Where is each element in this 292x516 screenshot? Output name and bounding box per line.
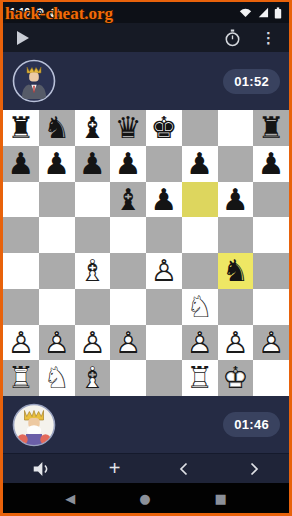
square-h8[interactable]: ♜ xyxy=(253,110,289,146)
wifi-icon xyxy=(239,7,252,18)
square-f3[interactable]: ♞♘ xyxy=(182,289,218,325)
square-c7[interactable]: ♟ xyxy=(75,146,111,182)
chevron-right-button[interactable] xyxy=(248,462,260,476)
black-player-avatar xyxy=(12,59,56,103)
square-c6[interactable] xyxy=(75,182,111,218)
square-d6[interactable]: ♝ xyxy=(110,182,146,218)
square-a1[interactable]: ♜♖ xyxy=(3,360,39,396)
add-button[interactable]: + xyxy=(109,458,121,478)
piece-white-bishop: ♝♗ xyxy=(75,253,111,289)
square-b5[interactable] xyxy=(39,217,75,253)
square-d7[interactable]: ♟ xyxy=(110,146,146,182)
square-b4[interactable] xyxy=(39,253,75,289)
square-c2[interactable]: ♟♙ xyxy=(75,325,111,361)
square-b8[interactable]: ♞ xyxy=(39,110,75,146)
piece-black-pawn: ♟ xyxy=(110,146,146,182)
android-back-button[interactable]: ◀ xyxy=(65,492,75,505)
piece-black-rook: ♜ xyxy=(253,110,289,146)
piece-white-pawn: ♟♙ xyxy=(146,253,182,289)
piece-white-rook: ♜♖ xyxy=(182,360,218,396)
phone-screen: hack-cheat.org 1:19 ⚙ ⋮ xyxy=(0,0,292,516)
square-h2[interactable]: ♟♙ xyxy=(253,325,289,361)
square-h5[interactable] xyxy=(253,217,289,253)
square-d2[interactable]: ♟♙ xyxy=(110,325,146,361)
square-a3[interactable] xyxy=(3,289,39,325)
square-c5[interactable] xyxy=(75,217,111,253)
square-e6[interactable]: ♟ xyxy=(146,182,182,218)
square-g3[interactable] xyxy=(218,289,254,325)
square-e4[interactable]: ♟♙ xyxy=(146,253,182,289)
piece-black-pawn: ♟ xyxy=(253,146,289,182)
square-f6[interactable] xyxy=(182,182,218,218)
square-d1[interactable] xyxy=(110,360,146,396)
chess-board: ♜♞♝♛♚♜♟♟♟♟♟♟♝♟♟♝♗♟♙♞♞♘♟♙♟♙♟♙♟♙♟♙♟♙♟♙♜♖♞♘… xyxy=(3,110,289,396)
square-d4[interactable] xyxy=(110,253,146,289)
volume-button[interactable] xyxy=(32,461,51,477)
square-b1[interactable]: ♞♘ xyxy=(39,360,75,396)
square-g7[interactable] xyxy=(218,146,254,182)
piece-white-knight: ♞♘ xyxy=(182,289,218,325)
black-clock: 01:52 xyxy=(223,69,280,94)
square-f1[interactable]: ♜♖ xyxy=(182,360,218,396)
piece-white-bishop: ♝♗ xyxy=(75,360,111,396)
square-b7[interactable]: ♟ xyxy=(39,146,75,182)
piece-white-pawn: ♟♙ xyxy=(218,325,254,361)
square-d5[interactable] xyxy=(110,217,146,253)
square-a4[interactable] xyxy=(3,253,39,289)
square-c3[interactable] xyxy=(75,289,111,325)
square-g1[interactable]: ♚♔ xyxy=(218,360,254,396)
battery-icon xyxy=(274,7,282,19)
piece-black-bishop: ♝ xyxy=(110,182,146,218)
square-h1[interactable] xyxy=(253,360,289,396)
square-a8[interactable]: ♜ xyxy=(3,110,39,146)
square-e7[interactable] xyxy=(146,146,182,182)
square-b6[interactable] xyxy=(39,182,75,218)
square-h6[interactable] xyxy=(253,182,289,218)
square-e3[interactable] xyxy=(146,289,182,325)
square-c1[interactable]: ♝♗ xyxy=(75,360,111,396)
piece-black-pawn: ♟ xyxy=(146,182,182,218)
piece-white-rook: ♜♖ xyxy=(3,360,39,396)
white-player-avatar xyxy=(12,403,56,447)
player-bar-white: 01:46 xyxy=(3,396,289,453)
stopwatch-button[interactable] xyxy=(224,29,241,47)
square-f2[interactable]: ♟♙ xyxy=(182,325,218,361)
square-e8[interactable]: ♚ xyxy=(146,110,182,146)
piece-white-pawn: ♟♙ xyxy=(75,325,111,361)
piece-white-king: ♚♔ xyxy=(218,360,254,396)
toolbar: ⋮ xyxy=(3,23,289,52)
square-e2[interactable] xyxy=(146,325,182,361)
square-h4[interactable] xyxy=(253,253,289,289)
square-f7[interactable]: ♟ xyxy=(182,146,218,182)
square-g4[interactable]: ♞ xyxy=(218,253,254,289)
android-home-button[interactable]: ● xyxy=(139,492,150,505)
signal-icon xyxy=(257,7,269,18)
piece-white-knight: ♞♘ xyxy=(39,360,75,396)
overflow-menu-button[interactable]: ⋮ xyxy=(261,30,276,45)
piece-black-king: ♚ xyxy=(146,110,182,146)
square-h7[interactable]: ♟ xyxy=(253,146,289,182)
square-e1[interactable] xyxy=(146,360,182,396)
chevron-left-button[interactable] xyxy=(178,462,190,476)
piece-black-pawn: ♟ xyxy=(3,146,39,182)
square-a7[interactable]: ♟ xyxy=(3,146,39,182)
piece-black-knight: ♞ xyxy=(218,253,254,289)
square-f8[interactable] xyxy=(182,110,218,146)
square-c4[interactable]: ♝♗ xyxy=(75,253,111,289)
square-a6[interactable] xyxy=(3,182,39,218)
piece-black-pawn: ♟ xyxy=(75,146,111,182)
watermark-text: hack-cheat.org xyxy=(5,4,113,24)
square-a5[interactable] xyxy=(3,217,39,253)
piece-white-pawn: ♟♙ xyxy=(253,325,289,361)
square-e5[interactable] xyxy=(146,217,182,253)
square-c8[interactable]: ♝ xyxy=(75,110,111,146)
piece-black-rook: ♜ xyxy=(3,110,39,146)
piece-black-pawn: ♟ xyxy=(39,146,75,182)
android-nav-bar: ◀ ● ■ xyxy=(3,483,289,513)
play-button[interactable] xyxy=(16,31,29,45)
square-b3[interactable] xyxy=(39,289,75,325)
square-g2[interactable]: ♟♙ xyxy=(218,325,254,361)
square-d8[interactable]: ♛ xyxy=(110,110,146,146)
piece-white-pawn: ♟♙ xyxy=(110,325,146,361)
piece-black-bishop: ♝ xyxy=(75,110,111,146)
piece-black-queen: ♛ xyxy=(110,110,146,146)
piece-white-pawn: ♟♙ xyxy=(3,325,39,361)
piece-black-knight: ♞ xyxy=(39,110,75,146)
square-g6[interactable]: ♟ xyxy=(218,182,254,218)
square-a2[interactable]: ♟♙ xyxy=(3,325,39,361)
piece-black-pawn: ♟ xyxy=(218,182,254,218)
square-g8[interactable] xyxy=(218,110,254,146)
square-d3[interactable] xyxy=(110,289,146,325)
player-bar-black: 01:52 xyxy=(3,52,289,110)
square-g5[interactable] xyxy=(218,217,254,253)
white-clock: 01:46 xyxy=(223,412,280,437)
piece-white-pawn: ♟♙ xyxy=(39,325,75,361)
square-h3[interactable] xyxy=(253,289,289,325)
game-control-bar: + xyxy=(3,453,289,483)
square-b2[interactable]: ♟♙ xyxy=(39,325,75,361)
square-f4[interactable] xyxy=(182,253,218,289)
piece-black-pawn: ♟ xyxy=(182,146,218,182)
piece-white-pawn: ♟♙ xyxy=(182,325,218,361)
square-f5[interactable] xyxy=(182,217,218,253)
android-recents-button[interactable]: ■ xyxy=(215,492,227,505)
